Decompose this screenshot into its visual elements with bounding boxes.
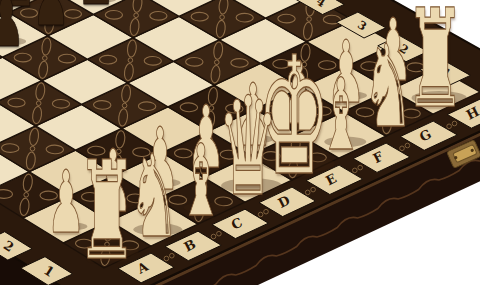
piece-shadow: [412, 91, 467, 105]
piece-shadow: [368, 114, 417, 126]
piece-shadow: [262, 155, 335, 173]
piece-shadow: [324, 137, 366, 147]
piece-shadow: [286, 113, 320, 121]
piece-shadow: [100, 200, 134, 208]
piece-shadow: [184, 202, 226, 212]
piece-shadow: [240, 135, 274, 143]
piece-shadow: [221, 178, 282, 193]
piece-shadow: [53, 222, 87, 230]
piece-shadow: [84, 245, 139, 259]
piece-shadow: [133, 223, 182, 235]
piece-shadow: [147, 179, 181, 187]
piece-shadow: [193, 157, 227, 165]
piece-shadow: [38, 16, 71, 24]
piece-shadow: [333, 91, 367, 99]
board-svg: ABCDEFGH1234567812345678: [0, 0, 480, 285]
chess-set-photo: ABCDEFGH1234567812345678 ♜♞♟♝♟♚♟♛♟♝♟♞♟♟♜…: [0, 0, 480, 285]
piece-shadow: [380, 69, 414, 77]
